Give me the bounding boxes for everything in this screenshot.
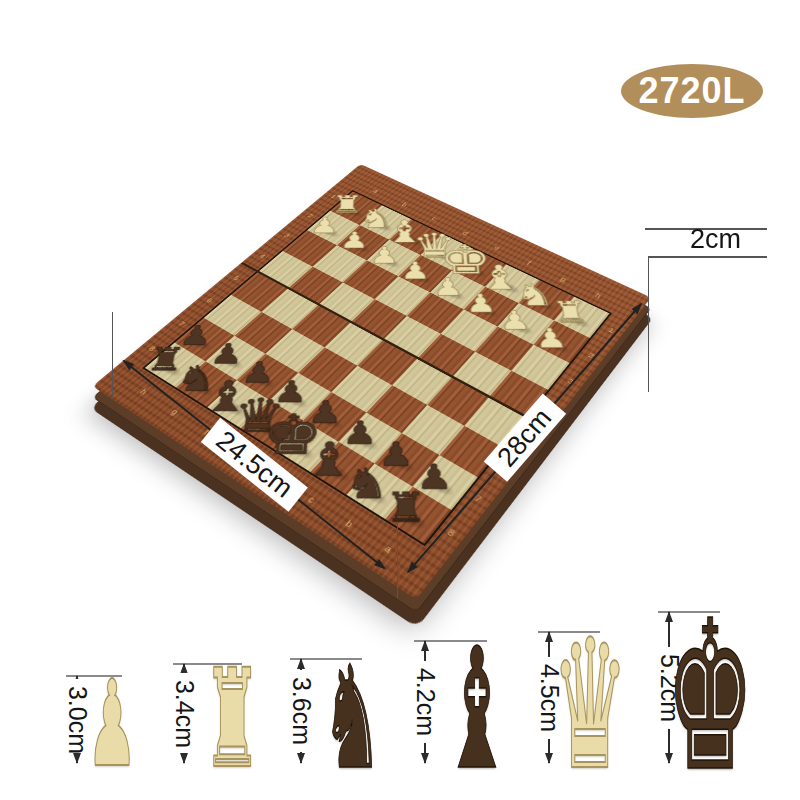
glyph: ♚	[665, 593, 754, 800]
black-king-sample: ♚	[617, 593, 800, 800]
glyph: ♞	[321, 647, 382, 789]
coordinate-label: c	[306, 495, 317, 505]
extension-line-west-corner	[112, 312, 113, 398]
glyph: ♝	[441, 626, 513, 793]
coordinate-label: 3	[282, 233, 291, 239]
size-item-knight: 3.6cm♞	[292, 659, 412, 763]
coordinate-label: 8	[446, 528, 457, 538]
glyph: ♜	[203, 651, 262, 787]
dimension-thickness-label: 2cm	[690, 224, 741, 255]
size-item-king: 5.2cm♚	[650, 612, 770, 763]
coordinate-label: 5	[232, 275, 241, 282]
size-item-pawn: 3.0cm♟	[52, 676, 172, 763]
size-item-rook: 3.4cm♜	[172, 664, 292, 763]
extension-line-east-corner	[648, 258, 649, 392]
extension-line-south-corner	[397, 522, 398, 598]
coordinate-label: 4	[258, 253, 267, 259]
product-photo: 2720L ah11bg22cf33de44ed55fc66gb77ha88 ♜…	[0, 0, 800, 800]
pieces-layer: ♜♞♝♛♚♝♞♜♟♟♟♟♟♟♟♟♟♟♟♟♟♟♟♟♜♞♝♛♚♝♞♜	[360, 164, 650, 297]
coordinate-label: g	[169, 408, 180, 417]
white-pawn-sample: ♟	[59, 665, 166, 784]
glyph: ♟	[86, 665, 137, 784]
thickness-bottom-line	[648, 256, 767, 258]
coordinate-label: 6	[205, 297, 215, 304]
coordinate-label: a	[382, 544, 393, 555]
black-knight-sample: ♞	[288, 647, 415, 789]
chess-board: ah11bg22cf33de44ed55fc66gb77ha88 ♜♞♝♛♚♝♞…	[92, 164, 651, 600]
white-rook-sample: ♜	[171, 651, 293, 787]
coordinate-label: h	[138, 388, 149, 396]
coordinate-label: b	[343, 519, 354, 529]
